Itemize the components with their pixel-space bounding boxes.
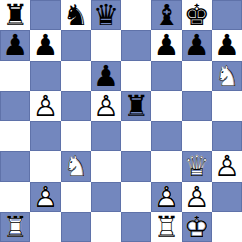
square-e6[interactable] [121,61,151,91]
square-c1[interactable] [61,212,91,242]
piece-glyph-outline: ♙ [30,182,60,212]
white-pawn-piece[interactable]: ♟♙ [30,91,60,121]
piece-glyph-fill: ♚ [182,0,212,30]
chess-board: ♜♞♛♝♚♟♟♟♟♟♟♞♘♟♙♟♙♜♞♘♛♕♟♙♟♙♟♙♟♙♜♖♜♖♚♔ [0,0,242,242]
piece-glyph-fill: ♟ [212,30,242,60]
square-e7[interactable] [121,30,151,60]
square-h6[interactable]: ♞♘ [212,61,242,91]
black-rook-piece[interactable]: ♜ [121,91,151,121]
white-knight-piece[interactable]: ♞♘ [212,61,242,91]
piece-glyph-fill: ♛ [91,0,121,30]
piece-glyph-outline: ♙ [212,151,242,181]
white-pawn-piece[interactable]: ♟♙ [212,151,242,181]
square-d8[interactable]: ♛ [91,0,121,30]
piece-glyph-outline: ♖ [0,212,30,242]
piece-glyph-fill: ♝ [151,0,181,30]
black-pawn-piece[interactable]: ♟ [151,30,181,60]
square-c6[interactable] [61,61,91,91]
piece-glyph-outline: ♕ [182,151,212,181]
square-d4[interactable] [91,121,121,151]
piece-glyph-fill: ♟ [182,30,212,60]
square-c4[interactable] [61,121,91,151]
square-f8[interactable]: ♝ [151,0,181,30]
square-g3[interactable]: ♛♕ [182,151,212,181]
square-c3[interactable]: ♞♘ [61,151,91,181]
square-e1[interactable] [121,212,151,242]
white-rook-piece[interactable]: ♜♖ [151,212,181,242]
square-e5[interactable]: ♜ [121,91,151,121]
square-f5[interactable] [151,91,181,121]
square-b1[interactable] [30,212,60,242]
square-f3[interactable] [151,151,181,181]
square-d7[interactable] [91,30,121,60]
black-pawn-piece[interactable]: ♟ [212,30,242,60]
square-b2[interactable]: ♟♙ [30,182,60,212]
square-h8[interactable] [212,0,242,30]
square-g8[interactable]: ♚ [182,0,212,30]
white-king-piece[interactable]: ♚♔ [182,212,212,242]
black-bishop-piece[interactable]: ♝ [151,0,181,30]
square-h7[interactable]: ♟ [212,30,242,60]
square-a5[interactable] [0,91,30,121]
square-e4[interactable] [121,121,151,151]
white-rook-piece[interactable]: ♜♖ [0,212,30,242]
black-king-piece[interactable]: ♚ [182,0,212,30]
square-d6[interactable]: ♟ [91,61,121,91]
square-f6[interactable] [151,61,181,91]
white-pawn-piece[interactable]: ♟♙ [91,91,121,121]
square-e3[interactable] [121,151,151,181]
piece-glyph-fill: ♜ [0,0,30,30]
piece-glyph-fill: ♟ [91,61,121,91]
square-d1[interactable] [91,212,121,242]
square-a7[interactable]: ♟ [0,30,30,60]
piece-glyph-outline: ♙ [30,91,60,121]
piece-glyph-outline: ♖ [151,212,181,242]
white-pawn-piece[interactable]: ♟♙ [30,182,60,212]
square-d3[interactable] [91,151,121,181]
square-g7[interactable]: ♟ [182,30,212,60]
square-b4[interactable] [30,121,60,151]
piece-glyph-fill: ♞ [61,0,91,30]
square-f4[interactable] [151,121,181,151]
square-g1[interactable]: ♚♔ [182,212,212,242]
white-queen-piece[interactable]: ♛♕ [182,151,212,181]
black-pawn-piece[interactable]: ♟ [91,61,121,91]
square-d2[interactable] [91,182,121,212]
square-f1[interactable]: ♜♖ [151,212,181,242]
black-rook-piece[interactable]: ♜ [0,0,30,30]
square-h3[interactable]: ♟♙ [212,151,242,181]
square-a2[interactable] [0,182,30,212]
square-b7[interactable]: ♟ [30,30,60,60]
piece-glyph-outline: ♙ [91,91,121,121]
square-d5[interactable]: ♟♙ [91,91,121,121]
piece-glyph-outline: ♔ [182,212,212,242]
square-h1[interactable] [212,212,242,242]
square-b8[interactable] [30,0,60,30]
piece-glyph-fill: ♟ [151,30,181,60]
square-e8[interactable] [121,0,151,30]
square-f2[interactable]: ♟♙ [151,182,181,212]
square-c5[interactable] [61,91,91,121]
piece-glyph-fill: ♟ [0,30,30,60]
white-knight-piece[interactable]: ♞♘ [61,151,91,181]
square-h4[interactable] [212,121,242,151]
black-pawn-piece[interactable]: ♟ [0,30,30,60]
square-a3[interactable] [0,151,30,181]
square-c7[interactable] [61,30,91,60]
square-b3[interactable] [30,151,60,181]
square-g6[interactable] [182,61,212,91]
square-b5[interactable]: ♟♙ [30,91,60,121]
black-pawn-piece[interactable]: ♟ [182,30,212,60]
black-knight-piece[interactable]: ♞ [61,0,91,30]
piece-glyph-outline: ♘ [61,151,91,181]
square-c2[interactable] [61,182,91,212]
piece-glyph-outline: ♙ [151,182,181,212]
square-h5[interactable] [212,91,242,121]
square-a4[interactable] [0,121,30,151]
piece-glyph-outline: ♘ [212,61,242,91]
square-a6[interactable] [0,61,30,91]
square-e2[interactable] [121,182,151,212]
piece-glyph-outline: ♙ [182,182,212,212]
square-a1[interactable]: ♜♖ [0,212,30,242]
piece-glyph-fill: ♜ [121,91,151,121]
black-queen-piece[interactable]: ♛ [91,0,121,30]
square-a8[interactable]: ♜ [0,0,30,30]
piece-glyph-fill: ♟ [30,30,60,60]
square-g4[interactable] [182,121,212,151]
black-pawn-piece[interactable]: ♟ [30,30,60,60]
square-g5[interactable] [182,91,212,121]
square-b6[interactable] [30,61,60,91]
square-c8[interactable]: ♞ [61,0,91,30]
square-h2[interactable] [212,182,242,212]
white-pawn-piece[interactable]: ♟♙ [151,182,181,212]
white-pawn-piece[interactable]: ♟♙ [182,182,212,212]
square-g2[interactable]: ♟♙ [182,182,212,212]
square-f7[interactable]: ♟ [151,30,181,60]
